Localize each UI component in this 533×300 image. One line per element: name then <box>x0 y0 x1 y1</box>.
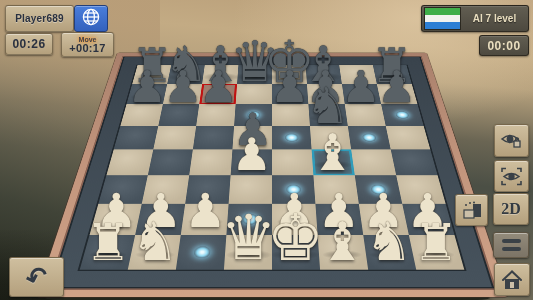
opponent-flag <box>424 7 461 30</box>
undo-arrow-icon: ↶ <box>21 259 51 295</box>
home-button[interactable] <box>494 263 530 296</box>
black-clock-value: 00:00 <box>487 39 520 53</box>
black-player-name-label: AI 7 level <box>461 13 528 24</box>
white-clock-value: 00:26 <box>12 37 45 51</box>
home-icon <box>500 268 524 291</box>
move-bonus-value: +00:17 <box>69 43 105 54</box>
menu-icon <box>502 239 521 243</box>
white-player-name: Player689 <box>5 5 74 32</box>
flag-stripe-mid <box>425 15 460 22</box>
hud: Player689 00:26 Move +00:17 <box>0 0 533 300</box>
2d-view-button[interactable]: 2D <box>493 193 529 225</box>
spectate-eye-button[interactable] <box>494 124 529 157</box>
black-player-bar: AI 7 level <box>421 5 529 32</box>
globe-icon <box>81 7 101 31</box>
2d-view-label: 2D <box>501 200 521 218</box>
view-focus-button[interactable] <box>494 160 529 192</box>
camera-angle-button[interactable] <box>455 194 488 226</box>
move-bonus-indicator: Move +00:17 <box>61 32 114 57</box>
online-globe-button[interactable] <box>74 5 108 32</box>
white-player-name-label: Player689 <box>15 13 64 24</box>
game-screen: ♜♞♝♛♚♝♜♟♟♟♟♟♟♟♞♟♟♝♟♟♟♟♟♟♟♜♞♛♚♝♞♜ Player6… <box>0 0 533 300</box>
camera-angle-icon <box>460 199 484 222</box>
menu-button[interactable] <box>493 232 529 258</box>
undo-button[interactable]: ↶ <box>9 257 64 297</box>
flag-stripe-top <box>425 8 460 15</box>
white-clock: 00:26 <box>5 33 53 55</box>
black-clock: 00:00 <box>479 35 529 56</box>
eye-frame-icon <box>500 166 523 187</box>
flag-stripe-bottom <box>425 22 460 29</box>
eye-camera-icon <box>500 130 523 151</box>
